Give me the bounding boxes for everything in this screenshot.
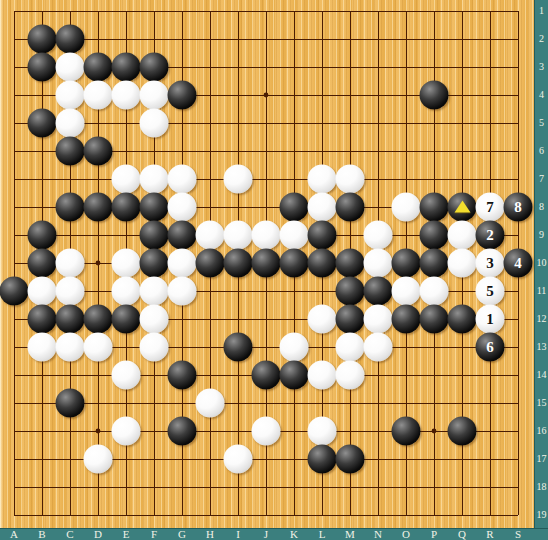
stone-black xyxy=(224,249,253,278)
column-label: Q xyxy=(452,529,472,540)
stone-white xyxy=(56,53,85,82)
stone-black xyxy=(252,361,281,390)
stone-white xyxy=(56,81,85,110)
go-board-app: 78234516 12345678910111213141516171819 A… xyxy=(0,0,548,540)
stone-white xyxy=(364,333,393,362)
column-label: B xyxy=(32,529,52,540)
stone-black xyxy=(84,305,113,334)
stone-black xyxy=(280,249,309,278)
stone-black xyxy=(56,25,85,54)
row-label: 16 xyxy=(535,425,548,437)
move-number-label: 1 xyxy=(486,312,494,327)
stone-white: 5 xyxy=(476,277,505,306)
move-number-label: 6 xyxy=(486,340,494,355)
column-label: L xyxy=(312,529,332,540)
row-label: 8 xyxy=(535,201,548,213)
stone-white xyxy=(112,417,141,446)
stone-white xyxy=(56,277,85,306)
stone-black xyxy=(308,445,337,474)
stone-black: 8 xyxy=(504,193,533,222)
stone-black xyxy=(392,417,421,446)
stone-black xyxy=(448,417,477,446)
stone-white xyxy=(112,81,141,110)
stone-white xyxy=(252,417,281,446)
move-number-label: 2 xyxy=(486,228,494,243)
stone-white xyxy=(308,417,337,446)
stone-black xyxy=(392,305,421,334)
stone-white xyxy=(168,249,197,278)
stone-black xyxy=(28,109,57,138)
triangle-mark xyxy=(454,200,470,212)
stone-white xyxy=(364,249,393,278)
row-label: 17 xyxy=(535,453,548,465)
move-number-label: 7 xyxy=(486,200,494,215)
row-label-strip: 12345678910111213141516171819 xyxy=(534,0,548,528)
column-label: E xyxy=(116,529,136,540)
stone-black xyxy=(140,193,169,222)
stone-white xyxy=(112,165,141,194)
stone-white xyxy=(448,249,477,278)
stone-black xyxy=(84,53,113,82)
column-label-strip: ABCDEFGHIJKLMNOPQRS xyxy=(0,528,548,540)
row-label: 6 xyxy=(535,145,548,157)
row-label: 9 xyxy=(535,229,548,241)
column-label: J xyxy=(256,529,276,540)
stone-white xyxy=(140,333,169,362)
stone-white xyxy=(84,445,113,474)
row-label: 3 xyxy=(535,61,548,73)
stone-black xyxy=(112,193,141,222)
stone-black xyxy=(336,277,365,306)
goban[interactable]: 78234516 xyxy=(0,0,534,528)
stone-black xyxy=(28,53,57,82)
row-label: 12 xyxy=(535,313,548,325)
stone-black xyxy=(56,193,85,222)
stone-black: 6 xyxy=(476,333,505,362)
stone-black xyxy=(336,249,365,278)
stone-white xyxy=(392,193,421,222)
stone-white: 7 xyxy=(476,193,505,222)
stone-white xyxy=(56,333,85,362)
stone-black xyxy=(56,389,85,418)
move-number-label: 3 xyxy=(486,256,494,271)
row-label: 2 xyxy=(535,33,548,45)
stone-black xyxy=(252,249,281,278)
stone-white xyxy=(336,333,365,362)
stone-black xyxy=(56,137,85,166)
row-label: 15 xyxy=(535,397,548,409)
row-label: 11 xyxy=(535,285,548,297)
stone-black xyxy=(112,305,141,334)
stone-white xyxy=(448,221,477,250)
row-label: 1 xyxy=(535,5,548,17)
stone-white xyxy=(196,389,225,418)
stone-black xyxy=(420,81,449,110)
stone-black xyxy=(336,193,365,222)
stone-black xyxy=(84,193,113,222)
row-label: 18 xyxy=(535,481,548,493)
stone-white xyxy=(140,81,169,110)
stone-black xyxy=(84,137,113,166)
column-label: G xyxy=(172,529,192,540)
stone-white xyxy=(28,333,57,362)
stone-black xyxy=(168,81,197,110)
stone-white xyxy=(224,165,253,194)
stone-white xyxy=(168,277,197,306)
column-label: A xyxy=(4,529,24,540)
stone-black xyxy=(28,221,57,250)
stone-black xyxy=(336,305,365,334)
stone-white xyxy=(168,193,197,222)
stone-white xyxy=(168,165,197,194)
stone-white xyxy=(364,221,393,250)
stone-white xyxy=(112,249,141,278)
stone-black xyxy=(0,277,29,306)
stone-white xyxy=(224,445,253,474)
stone-black xyxy=(56,305,85,334)
stone-white xyxy=(28,277,57,306)
stone-black xyxy=(168,417,197,446)
stone-black xyxy=(448,305,477,334)
column-label: O xyxy=(396,529,416,540)
stone-white xyxy=(112,277,141,306)
star-point xyxy=(96,261,101,266)
stone-black xyxy=(420,193,449,222)
row-label: 19 xyxy=(535,509,548,521)
stone-white xyxy=(224,221,253,250)
stone-black xyxy=(28,25,57,54)
move-number-label: 4 xyxy=(514,256,522,271)
stone-black xyxy=(140,249,169,278)
stone-black xyxy=(140,221,169,250)
stone-black xyxy=(168,221,197,250)
row-label: 5 xyxy=(535,117,548,129)
stone-black xyxy=(28,305,57,334)
stone-black xyxy=(168,361,197,390)
stone-black xyxy=(28,249,57,278)
stone-white xyxy=(252,221,281,250)
row-label: 4 xyxy=(535,89,548,101)
stone-white xyxy=(392,277,421,306)
stone-white: 3 xyxy=(476,249,505,278)
stone-black xyxy=(224,333,253,362)
stone-white xyxy=(84,333,113,362)
stone-black: 2 xyxy=(476,221,505,250)
stone-black xyxy=(420,221,449,250)
stone-white xyxy=(336,361,365,390)
stone-white xyxy=(308,305,337,334)
row-label: 7 xyxy=(535,173,548,185)
column-label: K xyxy=(284,529,304,540)
star-point xyxy=(432,429,437,434)
stone-white xyxy=(280,333,309,362)
stone-white xyxy=(84,81,113,110)
stone-white xyxy=(308,361,337,390)
stone-black xyxy=(420,249,449,278)
column-label: C xyxy=(60,529,80,540)
stone-black xyxy=(392,249,421,278)
stone-white xyxy=(280,221,309,250)
stone-black xyxy=(308,249,337,278)
stone-white xyxy=(140,277,169,306)
row-label: 14 xyxy=(535,369,548,381)
stone-white xyxy=(140,165,169,194)
stone-white xyxy=(56,109,85,138)
stone-white xyxy=(308,165,337,194)
star-point xyxy=(96,429,101,434)
column-label: I xyxy=(228,529,248,540)
stone-black xyxy=(336,445,365,474)
stone-white xyxy=(140,305,169,334)
row-label: 10 xyxy=(535,257,548,269)
stone-white xyxy=(364,305,393,334)
stone-white xyxy=(140,109,169,138)
column-label: F xyxy=(144,529,164,540)
stone-white xyxy=(112,361,141,390)
column-label: N xyxy=(368,529,388,540)
stone-black xyxy=(448,193,477,222)
move-number-label: 8 xyxy=(514,200,522,215)
column-label: H xyxy=(200,529,220,540)
stone-white xyxy=(308,193,337,222)
column-label: S xyxy=(508,529,528,540)
stone-black xyxy=(112,53,141,82)
stone-white xyxy=(56,249,85,278)
stone-black xyxy=(364,277,393,306)
stone-black xyxy=(280,361,309,390)
stone-black xyxy=(308,221,337,250)
column-label: R xyxy=(480,529,500,540)
column-label: D xyxy=(88,529,108,540)
stone-white xyxy=(420,277,449,306)
stone-black xyxy=(420,305,449,334)
stone-white xyxy=(196,221,225,250)
stone-black xyxy=(140,53,169,82)
column-label: M xyxy=(340,529,360,540)
star-point xyxy=(264,93,269,98)
row-label: 13 xyxy=(535,341,548,353)
stone-black xyxy=(280,193,309,222)
column-label: P xyxy=(424,529,444,540)
move-number-label: 5 xyxy=(486,284,494,299)
stone-white: 1 xyxy=(476,305,505,334)
stone-white xyxy=(336,165,365,194)
stone-black: 4 xyxy=(504,249,533,278)
stone-black xyxy=(196,249,225,278)
